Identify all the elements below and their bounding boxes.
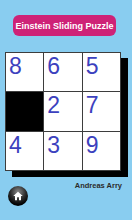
empty-cell — [6, 92, 43, 130]
tile-9[interactable]: 9 — [83, 132, 120, 170]
tile-3[interactable]: 3 — [44, 132, 81, 170]
title-button[interactable]: Einstein Sliding Puzzle — [13, 15, 116, 36]
home-button[interactable] — [8, 186, 28, 206]
tile-5[interactable]: 5 — [83, 53, 120, 91]
home-icon — [12, 190, 24, 202]
tile-8[interactable]: 8 — [6, 53, 43, 91]
tile-2[interactable]: 2 — [44, 92, 81, 130]
tile-4[interactable]: 4 — [6, 132, 43, 170]
app-screen: Einstein Sliding Puzzle 86527439 Andreas… — [0, 0, 132, 220]
puzzle-board: 86527439 — [5, 52, 121, 171]
tile-7[interactable]: 7 — [83, 92, 120, 130]
credit-text: Andreas Arry — [75, 181, 122, 190]
tile-6[interactable]: 6 — [44, 53, 81, 91]
